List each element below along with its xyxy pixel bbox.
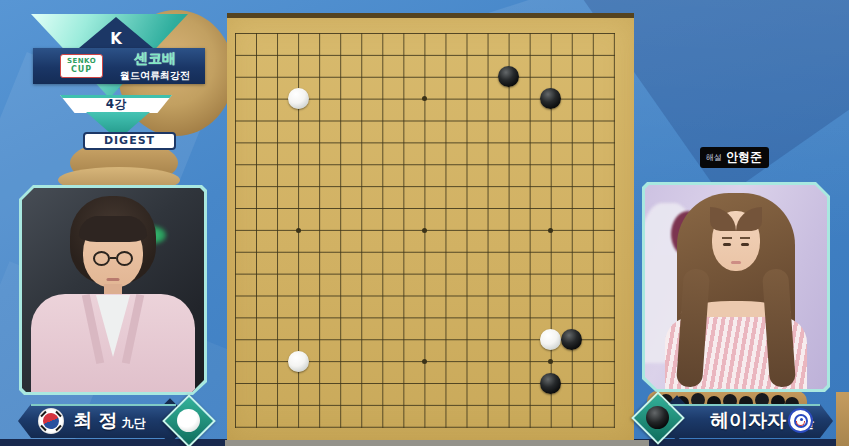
digest-badge: DIGEST (83, 132, 176, 150)
chinese-taipei-emblem-icon (788, 408, 813, 433)
right-player-photo (645, 185, 827, 389)
tournament-subtitle: 월드여류최강전 (105, 69, 205, 83)
go-board (227, 13, 634, 442)
round-label: 4강 (60, 95, 172, 114)
hoshi-point (422, 96, 427, 101)
nameplate-highlight (31, 404, 176, 406)
hoshi-point (548, 228, 553, 233)
black-stone (498, 66, 519, 87)
glasses-icon (116, 251, 133, 266)
commentator-name: 안형준 (726, 149, 762, 166)
black-stone (540, 373, 561, 394)
black-stone (540, 88, 561, 109)
white-stone (288, 351, 309, 372)
black-stone (561, 329, 582, 350)
right-photo-background (645, 185, 827, 389)
right-player-eye (741, 243, 749, 246)
black-stone-indicator (646, 406, 669, 429)
hoshi-point (422, 359, 427, 364)
commentator-label: 해설 안형준 (700, 147, 769, 168)
digest-label: DIGEST (85, 134, 174, 147)
right-player-name: 헤이자자 (710, 408, 786, 434)
south-korea-flag-icon (38, 408, 64, 434)
right-player-eye (723, 243, 731, 246)
senko-cup-badge: SENKO CUP (60, 54, 103, 78)
left-player-nameplate: 최 정 九단 (18, 404, 176, 438)
logo-k-letter: K (110, 31, 122, 48)
right-player-brow (740, 237, 750, 239)
nameplate-highlight (663, 404, 820, 406)
table-edge (225, 440, 649, 446)
white-stone (288, 88, 309, 109)
white-stone-indicator (177, 409, 200, 432)
left-player-rank: 九단 (122, 415, 146, 432)
left-photo-background (22, 188, 204, 392)
right-player-photo-frame (642, 182, 830, 392)
glasses-icon (93, 251, 110, 266)
left-player-mouth (107, 278, 120, 281)
right-player-mouth (731, 261, 741, 264)
broadcast-frame: K SENKO CUP 센코배 월드여류최강전 4강 DIGEST K 바둑 L… (0, 0, 849, 446)
tournament-title: 센코배 (105, 50, 205, 68)
left-player-photo-frame (19, 185, 207, 395)
cup-text: CUP (61, 66, 102, 74)
emblem-dot (800, 418, 803, 421)
white-stone (540, 329, 561, 350)
senko-text: SENKO (61, 58, 102, 65)
left-player-name: 최 정 (73, 408, 118, 434)
glasses-bridge (110, 257, 116, 259)
round-banner: 4강 (60, 95, 172, 113)
round-banner-accent (60, 95, 172, 98)
table-wood (836, 392, 849, 446)
right-player-brow (722, 237, 732, 239)
tournament-banner: SENKO CUP 센코배 월드여류최강전 (33, 48, 205, 84)
hoshi-point (548, 359, 553, 364)
commentator-role: 해설 (706, 152, 722, 163)
left-player-photo (22, 188, 204, 392)
board-grid (235, 33, 615, 428)
left-player-bangs (79, 216, 147, 242)
hoshi-point (296, 228, 301, 233)
right-player-nameplate: 헤이자자 七단 (663, 404, 833, 438)
tournament-titles: 센코배 월드여류최강전 (105, 50, 205, 83)
hoshi-point (422, 228, 427, 233)
